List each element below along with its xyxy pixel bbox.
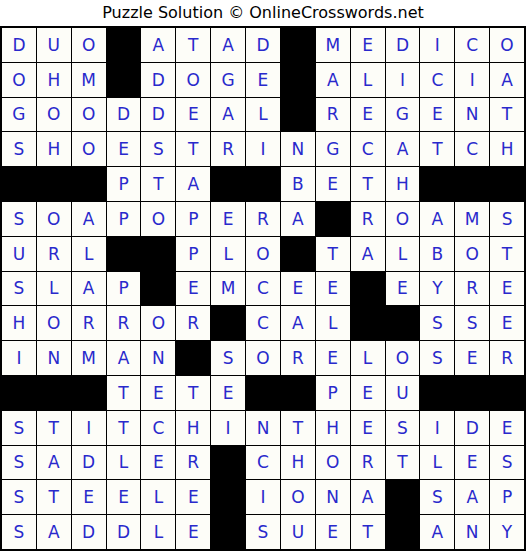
grid-cell: D bbox=[141, 98, 175, 132]
grid-cell: D bbox=[246, 28, 280, 62]
grid-cell: I bbox=[2, 341, 36, 375]
grid-cell: L bbox=[246, 98, 280, 132]
grid-cell: E bbox=[211, 202, 245, 236]
grid-cell: R bbox=[37, 237, 71, 271]
grid-cell: O bbox=[72, 98, 106, 132]
grid-cell: C bbox=[455, 132, 489, 166]
grid-cell: P bbox=[176, 202, 210, 236]
block-cell bbox=[386, 480, 420, 514]
grid-cell: A bbox=[211, 28, 245, 62]
grid-cell: S bbox=[490, 446, 524, 480]
grid-cell: L bbox=[211, 237, 245, 271]
grid-cell: G bbox=[386, 98, 420, 132]
grid-cell: A bbox=[281, 306, 315, 340]
grid-cell: I bbox=[420, 411, 454, 445]
grid-cell: H bbox=[37, 132, 71, 166]
grid-cell: S bbox=[2, 515, 36, 549]
block-cell bbox=[211, 515, 245, 549]
grid-cell: N bbox=[37, 341, 71, 375]
grid-cell: S bbox=[386, 411, 420, 445]
grid-cell: D bbox=[72, 515, 106, 549]
grid-cell: R bbox=[211, 132, 245, 166]
grid-cell: L bbox=[351, 63, 385, 97]
grid-cell: O bbox=[141, 202, 175, 236]
grid-cell: E bbox=[176, 480, 210, 514]
grid-cell: R bbox=[176, 446, 210, 480]
grid-cell: H bbox=[316, 411, 350, 445]
block-cell bbox=[211, 167, 245, 201]
grid-cell: T bbox=[37, 480, 71, 514]
grid-cell: S bbox=[246, 515, 280, 549]
grid-cell: A bbox=[490, 63, 524, 97]
grid-cell: H bbox=[2, 306, 36, 340]
grid-cell: A bbox=[107, 341, 141, 375]
grid-cell: O bbox=[246, 237, 280, 271]
grid-cell: S bbox=[2, 202, 36, 236]
grid-cell: L bbox=[316, 306, 350, 340]
grid-cell: E bbox=[455, 341, 489, 375]
grid-cell: L bbox=[141, 515, 175, 549]
block-cell bbox=[2, 167, 36, 201]
block-cell bbox=[141, 237, 175, 271]
grid-cell: S bbox=[2, 132, 36, 166]
grid-cell: L bbox=[386, 237, 420, 271]
grid-cell: A bbox=[316, 63, 350, 97]
block-cell bbox=[211, 446, 245, 480]
grid-cell: L bbox=[351, 341, 385, 375]
grid-cell: P bbox=[107, 272, 141, 306]
grid-cell: E bbox=[490, 272, 524, 306]
grid-cell: A bbox=[455, 480, 489, 514]
grid-cell: L bbox=[72, 237, 106, 271]
grid-cell: T bbox=[316, 237, 350, 271]
grid-cell: P bbox=[176, 237, 210, 271]
grid-cell: E bbox=[281, 272, 315, 306]
grid-cell: D bbox=[72, 446, 106, 480]
grid-cell: E bbox=[316, 272, 350, 306]
grid-cell: O bbox=[72, 28, 106, 62]
grid-cell: G bbox=[2, 98, 36, 132]
block-cell bbox=[281, 28, 315, 62]
grid-cell: R bbox=[490, 341, 524, 375]
grid-cell: M bbox=[72, 341, 106, 375]
grid-cell: B bbox=[420, 237, 454, 271]
grid-cell: A bbox=[420, 202, 454, 236]
grid-cell: Y bbox=[420, 272, 454, 306]
grid-cell: S bbox=[420, 341, 454, 375]
grid-cell: T bbox=[420, 132, 454, 166]
grid-cell: S bbox=[420, 306, 454, 340]
grid-cell: Y bbox=[490, 515, 524, 549]
grid-cell: O bbox=[386, 341, 420, 375]
grid-cell: T bbox=[490, 237, 524, 271]
grid-cell: C bbox=[141, 411, 175, 445]
block-cell bbox=[351, 272, 385, 306]
grid-cell: T bbox=[351, 515, 385, 549]
grid-cell: I bbox=[246, 480, 280, 514]
block-cell bbox=[72, 376, 106, 410]
grid-cell: T bbox=[37, 411, 71, 445]
grid-cell: T bbox=[107, 411, 141, 445]
block-cell bbox=[351, 306, 385, 340]
grid-cell: U bbox=[2, 237, 36, 271]
grid-cell: A bbox=[72, 202, 106, 236]
grid-cell: A bbox=[386, 132, 420, 166]
grid-cell: E bbox=[141, 446, 175, 480]
grid-cell: A bbox=[72, 272, 106, 306]
grid-cell: G bbox=[211, 63, 245, 97]
grid-cell: E bbox=[490, 411, 524, 445]
grid-cell: M bbox=[316, 28, 350, 62]
grid-cell: M bbox=[72, 63, 106, 97]
block-cell bbox=[107, 63, 141, 97]
grid-cell: S bbox=[2, 272, 36, 306]
grid-cell: N bbox=[455, 98, 489, 132]
grid-cell: O bbox=[490, 28, 524, 62]
block-cell bbox=[246, 376, 280, 410]
block-cell bbox=[176, 341, 210, 375]
grid-cell: A bbox=[351, 480, 385, 514]
grid-cell: N bbox=[281, 132, 315, 166]
grid-cell: O bbox=[72, 132, 106, 166]
grid-cell: E bbox=[420, 98, 454, 132]
grid-cell: P bbox=[316, 376, 350, 410]
grid-cell: S bbox=[2, 411, 36, 445]
grid-cell: D bbox=[107, 98, 141, 132]
grid-cell: E bbox=[107, 132, 141, 166]
grid-cell: I bbox=[420, 28, 454, 62]
grid-cell: T bbox=[107, 376, 141, 410]
grid-cell: T bbox=[176, 132, 210, 166]
block-cell bbox=[455, 376, 489, 410]
grid-cell: A bbox=[351, 237, 385, 271]
grid-cell: S bbox=[490, 202, 524, 236]
block-cell bbox=[141, 272, 175, 306]
grid-cell: A bbox=[37, 515, 71, 549]
grid-cell: S bbox=[141, 132, 175, 166]
grid-cell: C bbox=[351, 132, 385, 166]
grid-cell: D bbox=[141, 63, 175, 97]
grid-cell: E bbox=[176, 98, 210, 132]
block-cell bbox=[455, 167, 489, 201]
grid-cell: I bbox=[386, 63, 420, 97]
grid-cell: S bbox=[2, 446, 36, 480]
grid-cell: U bbox=[37, 28, 71, 62]
grid-cell: E bbox=[316, 515, 350, 549]
grid-cell: A bbox=[37, 446, 71, 480]
grid-cell: C bbox=[246, 306, 280, 340]
grid-cell: N bbox=[455, 515, 489, 549]
grid-cell: C bbox=[455, 28, 489, 62]
grid-cell: M bbox=[455, 202, 489, 236]
grid-cell: T bbox=[141, 167, 175, 201]
grid-cell: N bbox=[316, 480, 350, 514]
grid-cell: U bbox=[281, 515, 315, 549]
grid-cell: E bbox=[107, 480, 141, 514]
grid-cell: T bbox=[281, 411, 315, 445]
grid-cell: L bbox=[141, 480, 175, 514]
grid-cell: E bbox=[316, 167, 350, 201]
grid-cell: U bbox=[386, 376, 420, 410]
grid-cell: O bbox=[37, 202, 71, 236]
block-cell bbox=[490, 167, 524, 201]
grid-cell: R bbox=[351, 446, 385, 480]
grid-cell: E bbox=[490, 306, 524, 340]
block-cell bbox=[211, 480, 245, 514]
grid-cell: E bbox=[351, 411, 385, 445]
grid-cell: O bbox=[386, 202, 420, 236]
grid-cell: L bbox=[107, 446, 141, 480]
grid-cell: R bbox=[72, 306, 106, 340]
block-cell bbox=[490, 376, 524, 410]
grid-cell: T bbox=[351, 167, 385, 201]
puzzle-solution-page: Puzzle Solution © OnlineCrosswords.net D… bbox=[0, 0, 526, 551]
block-cell bbox=[281, 237, 315, 271]
grid-cell: P bbox=[107, 167, 141, 201]
grid-cell: E bbox=[141, 376, 175, 410]
grid-cell: C bbox=[420, 63, 454, 97]
block-cell bbox=[211, 306, 245, 340]
block-cell bbox=[72, 167, 106, 201]
grid-cell: C bbox=[246, 272, 280, 306]
grid-cell: R bbox=[351, 202, 385, 236]
grid-cell: E bbox=[72, 480, 106, 514]
grid-cell: E bbox=[455, 446, 489, 480]
grid-cell: I bbox=[246, 132, 280, 166]
grid-cell: E bbox=[246, 63, 280, 97]
grid-cell: E bbox=[351, 98, 385, 132]
grid-cell: M bbox=[211, 272, 245, 306]
grid-cell: O bbox=[176, 63, 210, 97]
grid-cell: A bbox=[176, 167, 210, 201]
block-cell bbox=[281, 376, 315, 410]
grid-cell: O bbox=[2, 63, 36, 97]
grid-cell: I bbox=[72, 411, 106, 445]
grid-cell: S bbox=[2, 480, 36, 514]
block-cell bbox=[281, 98, 315, 132]
block-cell bbox=[420, 167, 454, 201]
grid-cell: H bbox=[386, 167, 420, 201]
grid-cell: H bbox=[281, 446, 315, 480]
grid-cell: D bbox=[386, 28, 420, 62]
grid-cell: O bbox=[246, 341, 280, 375]
grid-cell: S bbox=[455, 306, 489, 340]
grid-cell: P bbox=[490, 480, 524, 514]
grid-cell: O bbox=[141, 306, 175, 340]
grid-cell: E bbox=[351, 376, 385, 410]
grid-cell: O bbox=[316, 446, 350, 480]
grid-cell: S bbox=[420, 480, 454, 514]
grid-cell: H bbox=[37, 63, 71, 97]
grid-cell: R bbox=[455, 272, 489, 306]
grid-cell: B bbox=[281, 167, 315, 201]
grid-cell: T bbox=[490, 98, 524, 132]
grid-cell: H bbox=[176, 411, 210, 445]
grid-cell: E bbox=[211, 376, 245, 410]
grid-cell: E bbox=[316, 341, 350, 375]
grid-cell: A bbox=[141, 28, 175, 62]
grid-cell: L bbox=[37, 272, 71, 306]
grid-cell: R bbox=[107, 306, 141, 340]
grid-cell: S bbox=[211, 341, 245, 375]
crossword-grid: DUOATADMEDICOOHMDOGEALICIAGOODDEALREGENT… bbox=[0, 26, 526, 551]
page-title: Puzzle Solution © OnlineCrosswords.net bbox=[0, 0, 526, 26]
grid-cell: O bbox=[281, 480, 315, 514]
grid-cell: R bbox=[281, 341, 315, 375]
block-cell bbox=[386, 306, 420, 340]
grid-cell: T bbox=[176, 376, 210, 410]
grid-cell: E bbox=[176, 515, 210, 549]
block-cell bbox=[281, 63, 315, 97]
block-cell bbox=[37, 167, 71, 201]
block-cell bbox=[2, 376, 36, 410]
grid-cell: O bbox=[455, 237, 489, 271]
grid-cell: D bbox=[107, 515, 141, 549]
grid-cell: E bbox=[386, 272, 420, 306]
grid-cell: O bbox=[37, 306, 71, 340]
grid-cell: C bbox=[246, 446, 280, 480]
grid-cell: L bbox=[420, 446, 454, 480]
grid-cell: A bbox=[420, 515, 454, 549]
grid-cell: I bbox=[455, 63, 489, 97]
grid-cell: T bbox=[176, 28, 210, 62]
grid-cell: R bbox=[246, 202, 280, 236]
grid-cell: A bbox=[281, 202, 315, 236]
block-cell bbox=[316, 202, 350, 236]
grid-cell: R bbox=[176, 306, 210, 340]
block-cell bbox=[107, 237, 141, 271]
block-cell bbox=[420, 376, 454, 410]
grid-cell: T bbox=[386, 446, 420, 480]
grid-cell: N bbox=[246, 411, 280, 445]
grid-cell: R bbox=[316, 98, 350, 132]
grid-cell: O bbox=[37, 98, 71, 132]
block-cell bbox=[386, 515, 420, 549]
block-cell bbox=[107, 28, 141, 62]
grid-cell: E bbox=[351, 28, 385, 62]
grid-cell: D bbox=[455, 411, 489, 445]
grid-cell: D bbox=[2, 28, 36, 62]
block-cell bbox=[37, 376, 71, 410]
grid-cell: N bbox=[141, 341, 175, 375]
block-cell bbox=[246, 167, 280, 201]
grid-cell: I bbox=[211, 411, 245, 445]
grid-cell: E bbox=[176, 272, 210, 306]
grid-cell: H bbox=[490, 132, 524, 166]
grid-cell: A bbox=[211, 98, 245, 132]
grid-cell: P bbox=[107, 202, 141, 236]
grid-cell: G bbox=[316, 132, 350, 166]
